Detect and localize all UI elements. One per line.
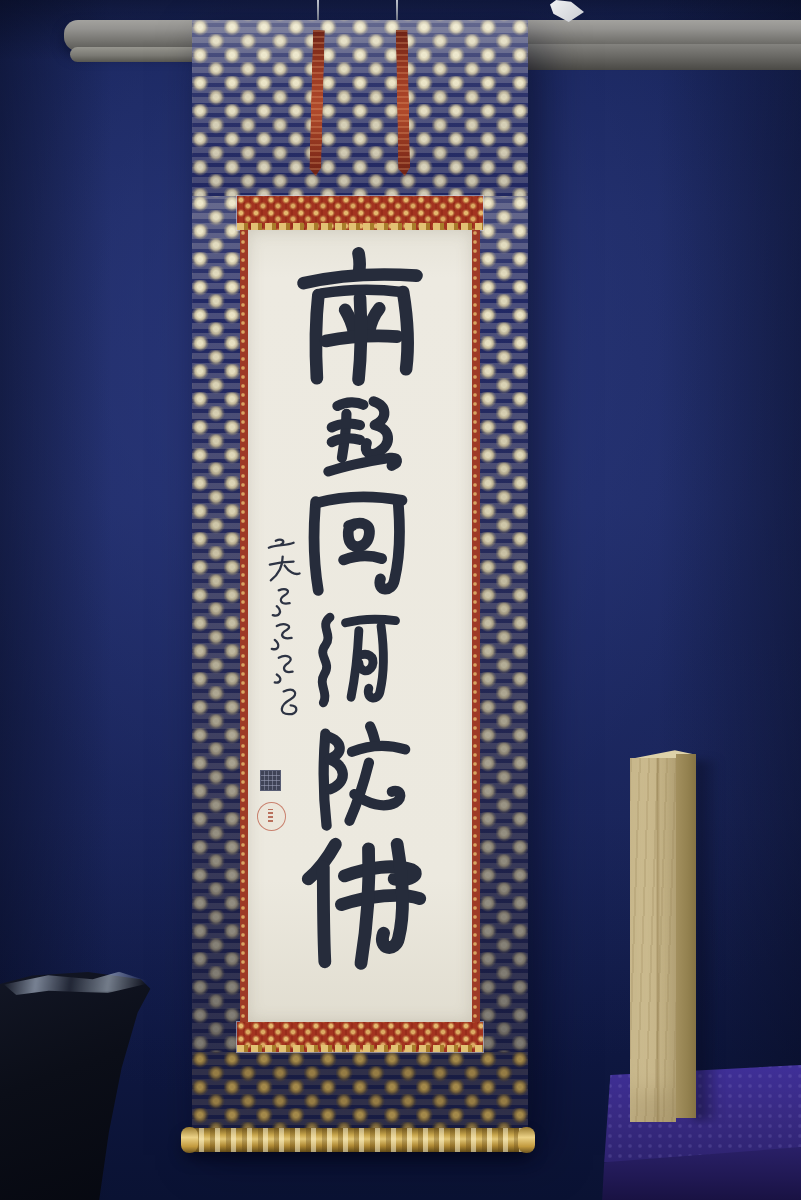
square-seal xyxy=(260,770,281,791)
brocade-left-shading xyxy=(192,196,240,1052)
gold-fringe-top xyxy=(237,223,483,230)
box-wall-shadow xyxy=(694,760,720,1120)
brocade-right-column xyxy=(480,196,528,1052)
gold-fringe-bottom xyxy=(237,1045,483,1052)
calligraphy-brush-strokes xyxy=(248,230,472,1022)
calligraphy-paper: 南無阿彌陀佛 南 無 阿 彌 陀 佛 扵大谷□□ (花押) xyxy=(248,230,472,1022)
artist-signature xyxy=(269,540,300,715)
char-a xyxy=(314,497,402,591)
hanging-scroll: 南無阿彌陀佛 南 無 阿 彌 陀 佛 扵大谷□□ (花押) xyxy=(192,20,528,1135)
brocade-left-column xyxy=(192,196,240,1052)
hanging-pole-telescope-end xyxy=(70,47,202,62)
photograph-of-hanging-scroll: 南無阿彌陀佛 南 無 阿 彌 陀 佛 扵大谷□□ (花押) xyxy=(0,0,801,1200)
char-da xyxy=(324,726,405,825)
brocade-bottom-panel xyxy=(192,1052,528,1135)
red-border-top-band xyxy=(237,196,483,230)
futai-strap-right xyxy=(396,30,411,176)
wooden-scroll-box xyxy=(630,750,696,1122)
red-border-left-strip xyxy=(240,230,248,1022)
box-side-face xyxy=(676,754,696,1118)
brocade-right-shading xyxy=(480,196,528,1052)
char-mi xyxy=(322,617,395,702)
brocade-top-sheen xyxy=(192,20,528,196)
char-butsu xyxy=(308,844,419,963)
char-nan xyxy=(304,253,417,379)
round-seal xyxy=(257,802,286,831)
red-border-right-strip xyxy=(472,230,480,1022)
red-border-bottom-band xyxy=(237,1022,483,1052)
scroll-roller-rod xyxy=(183,1128,533,1152)
kao-monogram xyxy=(282,690,297,714)
char-mu xyxy=(328,401,397,471)
brocade-top-panel xyxy=(192,20,528,196)
box-front-face xyxy=(630,758,676,1122)
